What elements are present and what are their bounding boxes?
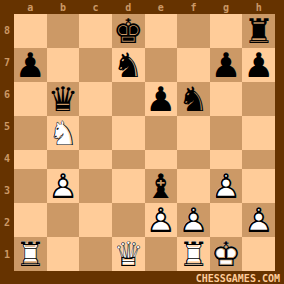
square-g3[interactable]: ♟♙ bbox=[210, 169, 243, 203]
square-h5[interactable] bbox=[242, 116, 275, 150]
square-g1[interactable]: ♚♔ bbox=[210, 237, 243, 271]
rank-label-6: 6 bbox=[0, 78, 14, 110]
square-c2[interactable] bbox=[79, 203, 112, 237]
file-label-e: e bbox=[145, 0, 178, 14]
square-b7[interactable] bbox=[47, 48, 80, 82]
square-b5[interactable]: ♞♘ bbox=[47, 116, 80, 150]
piece-white-pawn-f2: ♟♙ bbox=[178, 203, 208, 237]
white-pawn-outline: ♙ bbox=[243, 200, 273, 240]
square-b1[interactable] bbox=[47, 237, 80, 271]
square-a8[interactable] bbox=[14, 14, 47, 48]
square-f5[interactable] bbox=[177, 116, 210, 150]
white-pawn-outline: ♙ bbox=[211, 166, 241, 206]
piece-white-pawn-h2: ♟♙ bbox=[243, 203, 273, 237]
white-rook-outline: ♖ bbox=[178, 234, 208, 274]
square-b3[interactable]: ♟♙ bbox=[47, 169, 80, 203]
square-d4[interactable] bbox=[112, 150, 145, 169]
square-a7[interactable]: ♟ bbox=[14, 48, 47, 82]
piece-white-pawn-e2: ♟♙ bbox=[146, 203, 176, 237]
square-f1[interactable]: ♜♖ bbox=[177, 237, 210, 271]
square-f7[interactable] bbox=[177, 48, 210, 82]
square-c6[interactable] bbox=[79, 82, 112, 116]
file-label-a: a bbox=[14, 0, 47, 14]
square-f2[interactable]: ♟♙ bbox=[177, 203, 210, 237]
white-knight-outline: ♘ bbox=[48, 113, 78, 153]
square-h6[interactable] bbox=[242, 82, 275, 116]
square-e6[interactable]: ♟ bbox=[145, 82, 178, 116]
piece-white-pawn-b3: ♟♙ bbox=[48, 169, 78, 203]
square-d2[interactable] bbox=[112, 203, 145, 237]
square-g8[interactable] bbox=[210, 14, 243, 48]
rank-label-3: 3 bbox=[0, 175, 14, 207]
square-h7[interactable]: ♟ bbox=[242, 48, 275, 82]
file-label-f: f bbox=[177, 0, 210, 14]
piece-black-rook-h8: ♜ bbox=[243, 14, 273, 48]
white-rook-outline: ♖ bbox=[15, 234, 45, 274]
square-a5[interactable] bbox=[14, 116, 47, 150]
piece-white-queen-d1: ♛♕ bbox=[113, 237, 143, 271]
square-f4[interactable] bbox=[177, 150, 210, 169]
square-d5[interactable] bbox=[112, 116, 145, 150]
square-a4[interactable] bbox=[14, 150, 47, 169]
piece-white-pawn-g3: ♟♙ bbox=[211, 169, 241, 203]
white-pawn-outline: ♙ bbox=[48, 166, 78, 206]
chess-board: ♚♜♟♞♟♟♛♟♞♞♘♟♙♝♟♙♟♙♟♙♟♙♜♖♛♕♜♖♚♔ bbox=[14, 14, 275, 271]
square-b8[interactable] bbox=[47, 14, 80, 48]
square-a6[interactable] bbox=[14, 82, 47, 116]
square-c3[interactable] bbox=[79, 169, 112, 203]
watermark-text: CHESSGAMES.COM bbox=[196, 273, 280, 284]
square-c1[interactable] bbox=[79, 237, 112, 271]
piece-black-bishop-e3: ♝ bbox=[146, 169, 176, 203]
square-e2[interactable]: ♟♙ bbox=[145, 203, 178, 237]
square-a3[interactable] bbox=[14, 169, 47, 203]
square-h8[interactable]: ♜ bbox=[242, 14, 275, 48]
square-a2[interactable] bbox=[14, 203, 47, 237]
square-c7[interactable] bbox=[79, 48, 112, 82]
square-d1[interactable]: ♛♕ bbox=[112, 237, 145, 271]
file-label-c: c bbox=[79, 0, 112, 14]
piece-white-rook-a1: ♜♖ bbox=[15, 237, 45, 271]
square-g2[interactable] bbox=[210, 203, 243, 237]
piece-black-pawn-g7: ♟ bbox=[211, 48, 241, 82]
square-g5[interactable] bbox=[210, 116, 243, 150]
square-e1[interactable] bbox=[145, 237, 178, 271]
piece-white-knight-b5: ♞♘ bbox=[48, 116, 78, 150]
rank-label-7: 7 bbox=[0, 46, 14, 78]
square-c8[interactable] bbox=[79, 14, 112, 48]
piece-black-queen-b6: ♛ bbox=[48, 82, 78, 116]
square-e7[interactable] bbox=[145, 48, 178, 82]
piece-black-king-d8: ♚ bbox=[113, 14, 143, 48]
square-d8[interactable]: ♚ bbox=[112, 14, 145, 48]
square-c4[interactable] bbox=[79, 150, 112, 169]
file-label-g: g bbox=[210, 0, 243, 14]
square-b6[interactable]: ♛ bbox=[47, 82, 80, 116]
square-g6[interactable] bbox=[210, 82, 243, 116]
rank-label-1: 1 bbox=[0, 239, 14, 271]
square-h2[interactable]: ♟♙ bbox=[242, 203, 275, 237]
white-king-outline: ♔ bbox=[211, 234, 241, 274]
square-h4[interactable] bbox=[242, 150, 275, 169]
piece-black-pawn-e6: ♟ bbox=[146, 82, 176, 116]
square-f8[interactable] bbox=[177, 14, 210, 48]
square-a1[interactable]: ♜♖ bbox=[14, 237, 47, 271]
square-e8[interactable] bbox=[145, 14, 178, 48]
square-b2[interactable] bbox=[47, 203, 80, 237]
piece-black-pawn-a7: ♟ bbox=[15, 48, 45, 82]
square-g7[interactable]: ♟ bbox=[210, 48, 243, 82]
piece-white-king-g1: ♚♔ bbox=[211, 237, 241, 271]
square-f6[interactable]: ♞ bbox=[177, 82, 210, 116]
rank-labels: 87654321 bbox=[0, 14, 14, 271]
piece-black-knight-f6: ♞ bbox=[178, 82, 208, 116]
square-h3[interactable] bbox=[242, 169, 275, 203]
rank-label-8: 8 bbox=[0, 14, 14, 46]
rank-label-5: 5 bbox=[0, 110, 14, 142]
square-d7[interactable]: ♞ bbox=[112, 48, 145, 82]
square-d6[interactable] bbox=[112, 82, 145, 116]
white-pawn-outline: ♙ bbox=[146, 200, 176, 240]
piece-black-pawn-h7: ♟ bbox=[243, 48, 273, 82]
square-h1[interactable] bbox=[242, 237, 275, 271]
square-f3[interactable] bbox=[177, 169, 210, 203]
chess-diagram: abcdefgh 87654321 ♚♜♟♞♟♟♛♟♞♞♘♟♙♝♟♙♟♙♟♙♟♙… bbox=[0, 0, 284, 284]
rank-label-2: 2 bbox=[0, 207, 14, 239]
piece-white-rook-f1: ♜♖ bbox=[178, 237, 208, 271]
file-label-b: b bbox=[47, 0, 80, 14]
square-e3[interactable]: ♝ bbox=[145, 169, 178, 203]
piece-black-knight-d7: ♞ bbox=[113, 48, 143, 82]
square-c5[interactable] bbox=[79, 116, 112, 150]
square-d3[interactable] bbox=[112, 169, 145, 203]
square-e5[interactable] bbox=[145, 116, 178, 150]
rank-label-4: 4 bbox=[0, 143, 14, 175]
white-queen-outline: ♕ bbox=[113, 234, 143, 274]
file-labels: abcdefgh bbox=[14, 0, 275, 14]
